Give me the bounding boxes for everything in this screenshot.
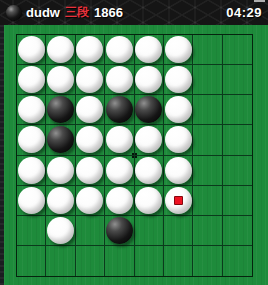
board-cell[interactable]: [193, 246, 222, 276]
white-disc: [165, 36, 192, 63]
window-edge-fragment: [254, 0, 265, 2]
board-cell[interactable]: [17, 216, 46, 246]
board-cell[interactable]: [135, 125, 164, 155]
white-disc: [18, 36, 45, 63]
board-cell[interactable]: [193, 125, 222, 155]
board-cell[interactable]: [46, 65, 75, 95]
white-disc: [135, 66, 162, 93]
white-disc: [76, 157, 103, 184]
board-cell[interactable]: [135, 35, 164, 65]
board-cell[interactable]: [76, 216, 105, 246]
left-edge-strip: [0, 25, 4, 285]
board-cell[interactable]: [135, 65, 164, 95]
board-grid: [16, 34, 253, 277]
black-disc: [47, 96, 74, 123]
board-cell[interactable]: [135, 246, 164, 276]
board-cell[interactable]: [76, 156, 105, 186]
board-cell[interactable]: [164, 186, 193, 216]
board-cell[interactable]: [223, 65, 252, 95]
white-disc: [18, 187, 45, 214]
board-cell[interactable]: [193, 65, 222, 95]
board-cell[interactable]: [135, 186, 164, 216]
board-cell[interactable]: [76, 35, 105, 65]
white-disc: [18, 66, 45, 93]
board-cell[interactable]: [223, 125, 252, 155]
player-info: dudw 三段 1866: [6, 4, 226, 21]
board-cell[interactable]: [164, 125, 193, 155]
white-disc: [106, 36, 133, 63]
black-disc: [135, 96, 162, 123]
board-cell[interactable]: [46, 156, 75, 186]
board-cell[interactable]: [135, 216, 164, 246]
player-rank: 三段: [65, 4, 89, 21]
board-cell[interactable]: [105, 216, 134, 246]
othello-game-window: dudw 三段 1866 04:29: [0, 0, 268, 285]
board-cell[interactable]: [164, 35, 193, 65]
board-cell[interactable]: [223, 216, 252, 246]
board-cell[interactable]: [223, 35, 252, 65]
board-cell[interactable]: [17, 156, 46, 186]
board-cell[interactable]: [164, 216, 193, 246]
board-cell[interactable]: [223, 246, 252, 276]
board-cell[interactable]: [193, 186, 222, 216]
board-cell[interactable]: [76, 246, 105, 276]
white-disc: [76, 187, 103, 214]
white-disc: [165, 126, 192, 153]
board-cell[interactable]: [76, 95, 105, 125]
board-cell[interactable]: [105, 35, 134, 65]
board-cell[interactable]: [193, 95, 222, 125]
white-disc: [47, 66, 74, 93]
white-disc: [135, 187, 162, 214]
white-disc: [18, 126, 45, 153]
white-disc: [165, 96, 192, 123]
white-disc: [165, 157, 192, 184]
board-cell[interactable]: [105, 65, 134, 95]
white-disc: [106, 157, 133, 184]
board-cell[interactable]: [17, 35, 46, 65]
board-cell[interactable]: [17, 95, 46, 125]
board-cell[interactable]: [223, 186, 252, 216]
white-disc: [106, 187, 133, 214]
board-cell[interactable]: [17, 246, 46, 276]
white-disc: [135, 126, 162, 153]
white-disc: [106, 66, 133, 93]
board-cell[interactable]: [17, 186, 46, 216]
board-cell[interactable]: [17, 65, 46, 95]
board-cell[interactable]: [46, 95, 75, 125]
board-cell[interactable]: [193, 216, 222, 246]
white-disc: [135, 157, 162, 184]
white-disc: [76, 36, 103, 63]
board-cell[interactable]: [223, 156, 252, 186]
white-disc: [106, 126, 133, 153]
player-name: dudw: [26, 5, 60, 20]
board-cell[interactable]: [193, 35, 222, 65]
last-move-marker: [174, 196, 183, 205]
board-cell[interactable]: [193, 156, 222, 186]
board-cell[interactable]: [46, 125, 75, 155]
white-disc: [135, 36, 162, 63]
white-disc: [18, 96, 45, 123]
board-cell[interactable]: [76, 125, 105, 155]
black-disc: [106, 217, 133, 244]
white-disc: [47, 217, 74, 244]
game-clock: 04:29: [226, 5, 262, 20]
board-cell[interactable]: [164, 95, 193, 125]
board-cell[interactable]: [76, 186, 105, 216]
white-disc: [18, 157, 45, 184]
white-disc: [76, 96, 103, 123]
board-cell[interactable]: [76, 65, 105, 95]
board-cell[interactable]: [164, 156, 193, 186]
board-cell[interactable]: [46, 186, 75, 216]
board-cell[interactable]: [135, 156, 164, 186]
board-cell[interactable]: [46, 216, 75, 246]
board-cell[interactable]: [105, 95, 134, 125]
black-disc: [106, 96, 133, 123]
board-cell[interactable]: [17, 125, 46, 155]
board-cell[interactable]: [105, 156, 134, 186]
board-cell[interactable]: [164, 246, 193, 276]
white-disc: [47, 187, 74, 214]
black-disc: [47, 126, 74, 153]
player-info-bar: dudw 三段 1866 04:29: [0, 0, 268, 25]
white-disc: [76, 66, 103, 93]
board-cell[interactable]: [46, 35, 75, 65]
board-cell[interactable]: [46, 246, 75, 276]
white-disc: [76, 126, 103, 153]
white-disc: [165, 66, 192, 93]
board-cell[interactable]: [223, 95, 252, 125]
board-cell[interactable]: [105, 125, 134, 155]
white-disc: [47, 157, 74, 184]
board-cell[interactable]: [164, 65, 193, 95]
board-cell[interactable]: [135, 95, 164, 125]
white-disc: [165, 187, 192, 214]
black-stone-icon: [6, 5, 21, 20]
board-cell[interactable]: [105, 186, 134, 216]
white-disc: [47, 36, 74, 63]
player-rating: 1866: [94, 5, 123, 20]
board-area: [0, 25, 268, 285]
board-cell[interactable]: [105, 246, 134, 276]
